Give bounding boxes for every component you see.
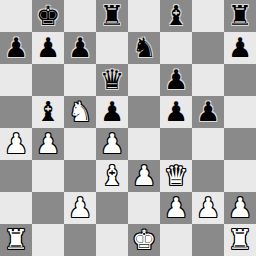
square-e6[interactable] bbox=[128, 64, 160, 96]
square-c1[interactable] bbox=[64, 224, 96, 256]
square-e7[interactable]: ♞ bbox=[128, 32, 160, 64]
square-c4[interactable] bbox=[64, 128, 96, 160]
piece-white-pawn[interactable]: ♟ bbox=[4, 130, 28, 157]
square-c6[interactable] bbox=[64, 64, 96, 96]
square-f4[interactable] bbox=[160, 128, 192, 160]
square-a1[interactable]: ♜ bbox=[0, 224, 32, 256]
square-b6[interactable] bbox=[32, 64, 64, 96]
square-c5[interactable]: ♞ bbox=[64, 96, 96, 128]
piece-white-pawn[interactable]: ♟ bbox=[100, 130, 124, 157]
piece-black-pawn[interactable]: ♟ bbox=[164, 98, 188, 125]
square-d5[interactable]: ♟ bbox=[96, 96, 128, 128]
square-g1[interactable] bbox=[192, 224, 224, 256]
square-b2[interactable] bbox=[32, 192, 64, 224]
square-g2[interactable]: ♟ bbox=[192, 192, 224, 224]
square-h7[interactable]: ♟ bbox=[224, 32, 256, 64]
square-b4[interactable]: ♟ bbox=[32, 128, 64, 160]
piece-black-rook[interactable]: ♜ bbox=[100, 2, 124, 29]
square-a8[interactable] bbox=[0, 0, 32, 32]
square-c3[interactable] bbox=[64, 160, 96, 192]
square-d6[interactable]: ♛ bbox=[96, 64, 128, 96]
piece-black-king[interactable]: ♚ bbox=[36, 2, 60, 29]
piece-white-knight[interactable]: ♞ bbox=[68, 98, 92, 125]
square-g6[interactable] bbox=[192, 64, 224, 96]
square-h2[interactable]: ♟ bbox=[224, 192, 256, 224]
piece-black-bishop[interactable]: ♝ bbox=[36, 98, 60, 125]
square-a6[interactable] bbox=[0, 64, 32, 96]
square-b7[interactable]: ♟ bbox=[32, 32, 64, 64]
square-e5[interactable] bbox=[128, 96, 160, 128]
square-g8[interactable] bbox=[192, 0, 224, 32]
square-g4[interactable] bbox=[192, 128, 224, 160]
piece-white-king[interactable]: ♚ bbox=[132, 226, 156, 253]
piece-white-pawn[interactable]: ♟ bbox=[132, 162, 156, 189]
square-g5[interactable]: ♟ bbox=[192, 96, 224, 128]
square-d8[interactable]: ♜ bbox=[96, 0, 128, 32]
square-b5[interactable]: ♝ bbox=[32, 96, 64, 128]
square-e1[interactable]: ♚ bbox=[128, 224, 160, 256]
piece-white-pawn[interactable]: ♟ bbox=[68, 194, 92, 221]
piece-black-pawn[interactable]: ♟ bbox=[36, 34, 60, 61]
square-h5[interactable] bbox=[224, 96, 256, 128]
square-d1[interactable] bbox=[96, 224, 128, 256]
square-e4[interactable] bbox=[128, 128, 160, 160]
square-e2[interactable] bbox=[128, 192, 160, 224]
square-g7[interactable] bbox=[192, 32, 224, 64]
square-f1[interactable] bbox=[160, 224, 192, 256]
piece-black-pawn[interactable]: ♟ bbox=[164, 66, 188, 93]
square-f2[interactable]: ♟ bbox=[160, 192, 192, 224]
square-d3[interactable]: ♝ bbox=[96, 160, 128, 192]
square-e8[interactable] bbox=[128, 0, 160, 32]
piece-black-pawn[interactable]: ♟ bbox=[4, 34, 28, 61]
piece-black-bishop[interactable]: ♝ bbox=[164, 2, 188, 29]
piece-white-rook[interactable]: ♜ bbox=[228, 226, 252, 253]
square-h1[interactable]: ♜ bbox=[224, 224, 256, 256]
square-h8[interactable]: ♜ bbox=[224, 0, 256, 32]
square-f3[interactable]: ♛ bbox=[160, 160, 192, 192]
chess-board-grid: ♚♜♝♜♟♟♟♞♟♛♟♝♞♟♟♟♟♟♟♝♟♛♟♟♟♟♜♚♜ bbox=[0, 0, 256, 256]
piece-white-rook[interactable]: ♜ bbox=[4, 226, 28, 253]
square-a3[interactable] bbox=[0, 160, 32, 192]
piece-white-bishop[interactable]: ♝ bbox=[100, 162, 124, 189]
square-d7[interactable] bbox=[96, 32, 128, 64]
square-a2[interactable] bbox=[0, 192, 32, 224]
square-f6[interactable]: ♟ bbox=[160, 64, 192, 96]
chess-board: ♚♜♝♜♟♟♟♞♟♛♟♝♞♟♟♟♟♟♟♝♟♛♟♟♟♟♜♚♜ bbox=[0, 0, 256, 256]
square-c7[interactable]: ♟ bbox=[64, 32, 96, 64]
square-b8[interactable]: ♚ bbox=[32, 0, 64, 32]
piece-black-pawn[interactable]: ♟ bbox=[68, 34, 92, 61]
square-f7[interactable] bbox=[160, 32, 192, 64]
square-b3[interactable] bbox=[32, 160, 64, 192]
square-h3[interactable] bbox=[224, 160, 256, 192]
square-c2[interactable]: ♟ bbox=[64, 192, 96, 224]
square-e3[interactable]: ♟ bbox=[128, 160, 160, 192]
square-d2[interactable] bbox=[96, 192, 128, 224]
piece-black-rook[interactable]: ♜ bbox=[228, 2, 252, 29]
piece-black-pawn[interactable]: ♟ bbox=[228, 34, 252, 61]
square-a7[interactable]: ♟ bbox=[0, 32, 32, 64]
square-a5[interactable] bbox=[0, 96, 32, 128]
square-h6[interactable] bbox=[224, 64, 256, 96]
piece-white-pawn[interactable]: ♟ bbox=[196, 194, 220, 221]
piece-white-pawn[interactable]: ♟ bbox=[164, 194, 188, 221]
piece-black-queen[interactable]: ♛ bbox=[100, 66, 124, 93]
piece-black-knight[interactable]: ♞ bbox=[132, 34, 156, 61]
square-b1[interactable] bbox=[32, 224, 64, 256]
square-c8[interactable] bbox=[64, 0, 96, 32]
square-g3[interactable] bbox=[192, 160, 224, 192]
square-f8[interactable]: ♝ bbox=[160, 0, 192, 32]
piece-white-pawn[interactable]: ♟ bbox=[36, 130, 60, 157]
piece-white-queen[interactable]: ♛ bbox=[164, 162, 188, 189]
square-f5[interactable]: ♟ bbox=[160, 96, 192, 128]
piece-black-pawn[interactable]: ♟ bbox=[196, 98, 220, 125]
square-a4[interactable]: ♟ bbox=[0, 128, 32, 160]
square-d4[interactable]: ♟ bbox=[96, 128, 128, 160]
square-h4[interactable] bbox=[224, 128, 256, 160]
piece-black-pawn[interactable]: ♟ bbox=[100, 98, 124, 125]
piece-white-pawn[interactable]: ♟ bbox=[228, 194, 252, 221]
